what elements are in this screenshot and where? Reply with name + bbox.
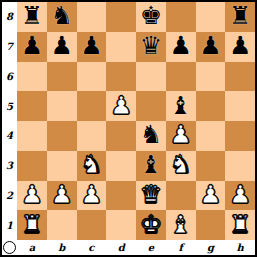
piece-white-knight[interactable]: ♞ bbox=[80, 152, 102, 177]
piece-white-queen[interactable]: ♛ bbox=[140, 182, 162, 207]
square-h2[interactable]: ♟ bbox=[225, 181, 255, 211]
square-b8[interactable]: ♞ bbox=[47, 2, 77, 32]
square-g5[interactable] bbox=[196, 91, 226, 121]
square-b1[interactable] bbox=[47, 210, 77, 240]
piece-black-pawn[interactable]: ♟ bbox=[199, 33, 221, 58]
square-c1[interactable] bbox=[77, 210, 107, 240]
square-b2[interactable]: ♟ bbox=[47, 181, 77, 211]
rank-label-6: 6 bbox=[2, 62, 17, 92]
square-b7[interactable]: ♟ bbox=[47, 32, 77, 62]
square-a7[interactable]: ♟ bbox=[17, 32, 47, 62]
file-label-e: e bbox=[136, 240, 166, 255]
board-grid: 8♜♞♚♜7♟♟♟♛♟♟♟65♟♝4♞♟3♞♝♞2♟♟♟♛♟♟1♜♚♝♜abcd… bbox=[2, 2, 255, 255]
square-c3[interactable]: ♞ bbox=[77, 151, 107, 181]
square-g2[interactable]: ♟ bbox=[196, 181, 226, 211]
piece-white-bishop[interactable]: ♝ bbox=[169, 212, 191, 237]
square-e3[interactable]: ♝ bbox=[136, 151, 166, 181]
square-g6[interactable] bbox=[196, 62, 226, 92]
piece-white-pawn[interactable]: ♟ bbox=[199, 182, 221, 207]
file-label-a: a bbox=[17, 240, 47, 255]
square-c5[interactable] bbox=[77, 91, 107, 121]
piece-black-pawn[interactable]: ♟ bbox=[21, 33, 43, 58]
square-e5[interactable] bbox=[136, 91, 166, 121]
square-a2[interactable]: ♟ bbox=[17, 181, 47, 211]
square-a1[interactable]: ♜ bbox=[17, 210, 47, 240]
square-b3[interactable] bbox=[47, 151, 77, 181]
square-e2[interactable]: ♛ bbox=[136, 181, 166, 211]
square-d3[interactable] bbox=[106, 151, 136, 181]
square-a6[interactable] bbox=[17, 62, 47, 92]
piece-black-knight[interactable]: ♞ bbox=[50, 3, 72, 28]
square-e7[interactable]: ♛ bbox=[136, 32, 166, 62]
square-c2[interactable]: ♟ bbox=[77, 181, 107, 211]
square-b6[interactable] bbox=[47, 62, 77, 92]
square-c8[interactable] bbox=[77, 2, 107, 32]
rank-label-4: 4 bbox=[2, 121, 17, 151]
piece-white-pawn[interactable]: ♟ bbox=[110, 93, 132, 118]
file-label-g: g bbox=[196, 240, 226, 255]
square-h4[interactable] bbox=[225, 121, 255, 151]
square-g7[interactable]: ♟ bbox=[196, 32, 226, 62]
piece-black-pawn[interactable]: ♟ bbox=[80, 33, 102, 58]
piece-black-pawn[interactable]: ♟ bbox=[169, 33, 191, 58]
square-d1[interactable] bbox=[106, 210, 136, 240]
square-f1[interactable]: ♝ bbox=[166, 210, 196, 240]
rank-label-2: 2 bbox=[2, 181, 17, 211]
rank-label-8: 8 bbox=[2, 2, 17, 32]
square-b5[interactable] bbox=[47, 91, 77, 121]
square-f6[interactable] bbox=[166, 62, 196, 92]
piece-white-pawn[interactable]: ♟ bbox=[169, 122, 191, 147]
square-d4[interactable] bbox=[106, 121, 136, 151]
piece-black-rook[interactable]: ♜ bbox=[21, 3, 43, 28]
square-g8[interactable] bbox=[196, 2, 226, 32]
square-h6[interactable] bbox=[225, 62, 255, 92]
square-f4[interactable]: ♟ bbox=[166, 121, 196, 151]
piece-white-pawn[interactable]: ♟ bbox=[21, 182, 43, 207]
square-d5[interactable]: ♟ bbox=[106, 91, 136, 121]
rank-label-7: 7 bbox=[2, 32, 17, 62]
square-a5[interactable] bbox=[17, 91, 47, 121]
square-f3[interactable]: ♞ bbox=[166, 151, 196, 181]
square-c7[interactable]: ♟ bbox=[77, 32, 107, 62]
file-label-b: b bbox=[47, 240, 77, 255]
square-g3[interactable] bbox=[196, 151, 226, 181]
square-f7[interactable]: ♟ bbox=[166, 32, 196, 62]
square-d7[interactable] bbox=[106, 32, 136, 62]
piece-white-rook[interactable]: ♜ bbox=[229, 212, 251, 237]
square-h3[interactable] bbox=[225, 151, 255, 181]
chess-diagram: 8♜♞♚♜7♟♟♟♛♟♟♟65♟♝4♞♟3♞♝♞2♟♟♟♛♟♟1♜♚♝♜abcd… bbox=[0, 0, 257, 257]
square-f5[interactable]: ♝ bbox=[166, 91, 196, 121]
square-d6[interactable] bbox=[106, 62, 136, 92]
square-b4[interactable] bbox=[47, 121, 77, 151]
rank-label-3: 3 bbox=[2, 151, 17, 181]
square-g1[interactable] bbox=[196, 210, 226, 240]
piece-black-rook[interactable]: ♜ bbox=[229, 3, 251, 28]
piece-white-king[interactable]: ♚ bbox=[140, 212, 162, 237]
square-a4[interactable] bbox=[17, 121, 47, 151]
square-h7[interactable]: ♟ bbox=[225, 32, 255, 62]
square-e1[interactable]: ♚ bbox=[136, 210, 166, 240]
square-e6[interactable] bbox=[136, 62, 166, 92]
square-f2[interactable] bbox=[166, 181, 196, 211]
piece-black-pawn[interactable]: ♟ bbox=[229, 33, 251, 58]
square-h5[interactable] bbox=[225, 91, 255, 121]
square-a3[interactable] bbox=[17, 151, 47, 181]
piece-black-bishop[interactable]: ♝ bbox=[140, 152, 162, 177]
piece-black-knight[interactable]: ♞ bbox=[140, 122, 162, 147]
square-a8[interactable]: ♜ bbox=[17, 2, 47, 32]
to-move-indicator-cell bbox=[2, 240, 17, 255]
piece-white-knight[interactable]: ♞ bbox=[169, 152, 191, 177]
piece-white-pawn[interactable]: ♟ bbox=[80, 182, 102, 207]
file-label-h: h bbox=[225, 240, 255, 255]
piece-black-bishop[interactable]: ♝ bbox=[169, 93, 191, 118]
square-c6[interactable] bbox=[77, 62, 107, 92]
piece-white-pawn[interactable]: ♟ bbox=[50, 182, 72, 207]
square-h8[interactable]: ♜ bbox=[225, 2, 255, 32]
piece-black-pawn[interactable]: ♟ bbox=[50, 33, 72, 58]
piece-black-king[interactable]: ♚ bbox=[140, 3, 162, 28]
rank-label-5: 5 bbox=[2, 91, 17, 121]
square-g4[interactable] bbox=[196, 121, 226, 151]
square-h1[interactable]: ♜ bbox=[225, 210, 255, 240]
square-e4[interactable]: ♞ bbox=[136, 121, 166, 151]
rank-label-1: 1 bbox=[2, 210, 17, 240]
file-label-d: d bbox=[106, 240, 136, 255]
piece-black-queen[interactable]: ♛ bbox=[140, 33, 162, 58]
piece-white-pawn[interactable]: ♟ bbox=[229, 182, 251, 207]
square-d2[interactable] bbox=[106, 181, 136, 211]
white-to-move-circle-icon bbox=[3, 241, 16, 254]
square-d8[interactable] bbox=[106, 2, 136, 32]
file-label-f: f bbox=[166, 240, 196, 255]
piece-white-rook[interactable]: ♜ bbox=[21, 212, 43, 237]
square-c4[interactable] bbox=[77, 121, 107, 151]
file-label-c: c bbox=[77, 240, 107, 255]
square-f8[interactable] bbox=[166, 2, 196, 32]
square-e8[interactable]: ♚ bbox=[136, 2, 166, 32]
